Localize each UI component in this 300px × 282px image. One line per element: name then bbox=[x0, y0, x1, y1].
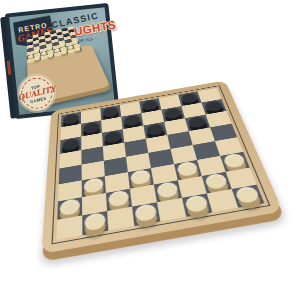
black-piece bbox=[203, 100, 223, 113]
board-grid bbox=[56, 88, 264, 240]
white-piece bbox=[108, 190, 129, 208]
black-piece bbox=[83, 121, 100, 134]
black-piece bbox=[102, 106, 119, 118]
black-piece bbox=[63, 112, 79, 125]
white-piece bbox=[48, 53, 54, 57]
square-h1 bbox=[74, 47, 82, 52]
white-piece bbox=[61, 50, 67, 54]
white-piece bbox=[34, 57, 40, 61]
black-piece bbox=[187, 115, 208, 129]
white-piece bbox=[84, 177, 104, 194]
white-piece bbox=[176, 161, 199, 178]
draughts-board bbox=[41, 80, 283, 254]
black-piece bbox=[141, 99, 159, 111]
black-piece bbox=[104, 130, 122, 144]
white-piece bbox=[134, 203, 157, 222]
white-piece bbox=[84, 212, 105, 232]
black-piece bbox=[145, 123, 164, 137]
black-piece bbox=[62, 137, 79, 151]
black-piece bbox=[163, 107, 182, 120]
square-d1 bbox=[132, 202, 160, 226]
white-piece bbox=[184, 194, 209, 213]
square-c1 bbox=[107, 207, 134, 231]
draughts-board-scene bbox=[13, 33, 288, 282]
board-wood-frame bbox=[41, 80, 283, 254]
white-piece bbox=[75, 47, 81, 51]
white-piece bbox=[204, 173, 228, 191]
white-piece bbox=[60, 198, 80, 216]
white-piece bbox=[156, 181, 179, 199]
product-photo: RETRO GAMES CLASSIC DRAUGHTS - FUN FOR A… bbox=[0, 0, 300, 282]
square-a1 bbox=[56, 215, 82, 239]
square-b1 bbox=[82, 211, 108, 235]
board-pinstripe-inlay bbox=[52, 85, 271, 244]
white-piece bbox=[222, 153, 246, 169]
square-h1 bbox=[232, 185, 265, 208]
white-piece bbox=[130, 169, 151, 186]
white-piece bbox=[234, 185, 261, 204]
black-piece bbox=[123, 114, 141, 127]
black-piece bbox=[180, 92, 199, 104]
